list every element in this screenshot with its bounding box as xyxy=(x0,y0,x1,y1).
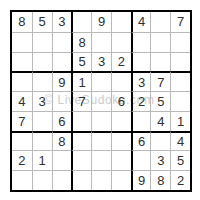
cell-r1c9[interactable]: 7 xyxy=(170,12,190,32)
cell-r5c7[interactable]: 2 xyxy=(131,91,151,111)
cell-r3c2[interactable] xyxy=(32,52,52,72)
cell-r7c1[interactable] xyxy=(12,131,32,151)
cell-r7c7[interactable]: 6 xyxy=(131,131,151,151)
cell-r3c7[interactable] xyxy=(131,52,151,72)
cell-r8c4[interactable] xyxy=(71,150,91,170)
cell-r9c6[interactable] xyxy=(111,170,131,190)
cell-r3c6[interactable]: 2 xyxy=(111,52,131,72)
cell-r3c1[interactable] xyxy=(12,52,32,72)
cell-r8c9[interactable]: 5 xyxy=(170,150,190,170)
cell-r8c1[interactable]: 2 xyxy=(12,150,32,170)
cell-r7c3[interactable]: 8 xyxy=(52,131,72,151)
cell-r1c4[interactable] xyxy=(71,12,91,32)
cell-r7c4[interactable] xyxy=(71,131,91,151)
cell-r1c1[interactable]: 8 xyxy=(12,12,32,32)
cell-r5c4[interactable]: 7 xyxy=(71,91,91,111)
cell-r9c2[interactable] xyxy=(32,170,52,190)
cell-r2c8[interactable] xyxy=(150,32,170,52)
cell-r6c5[interactable] xyxy=(91,111,111,131)
cell-r4c9[interactable] xyxy=(170,71,190,91)
cell-r4c3[interactable]: 9 xyxy=(52,71,72,91)
cell-r4c5[interactable] xyxy=(91,71,111,91)
cell-r8c2[interactable]: 1 xyxy=(32,150,52,170)
cell-r7c5[interactable] xyxy=(91,131,111,151)
cell-r2c7[interactable] xyxy=(131,32,151,52)
cell-r7c8[interactable] xyxy=(150,131,170,151)
cell-r2c4[interactable]: 8 xyxy=(71,32,91,52)
cell-r6c1[interactable]: 7 xyxy=(12,111,32,131)
cell-r1c8[interactable] xyxy=(150,12,170,32)
cell-r4c8[interactable]: 7 xyxy=(150,71,170,91)
cell-r9c1[interactable] xyxy=(12,170,32,190)
cell-r2c5[interactable] xyxy=(91,32,111,52)
cell-r5c2[interactable]: 3 xyxy=(32,91,52,111)
cell-r4c7[interactable]: 3 xyxy=(131,71,151,91)
cell-r5c6[interactable]: 6 xyxy=(111,91,131,111)
cell-r9c8[interactable]: 8 xyxy=(150,170,170,190)
cell-r8c8[interactable]: 3 xyxy=(150,150,170,170)
cell-r3c3[interactable] xyxy=(52,52,72,72)
cell-r6c4[interactable] xyxy=(71,111,91,131)
cell-r5c9[interactable] xyxy=(170,91,190,111)
cell-r3c8[interactable] xyxy=(150,52,170,72)
cell-r6c3[interactable]: 6 xyxy=(52,111,72,131)
cell-r4c2[interactable] xyxy=(32,71,52,91)
sudoku-page: © LiveSudoku.com 85394785329137437625764… xyxy=(0,0,200,200)
cell-r8c5[interactable] xyxy=(91,150,111,170)
cell-r5c5[interactable] xyxy=(91,91,111,111)
cell-r6c6[interactable] xyxy=(111,111,131,131)
cell-r9c4[interactable] xyxy=(71,170,91,190)
cell-r5c8[interactable]: 5 xyxy=(150,91,170,111)
cell-r1c5[interactable]: 9 xyxy=(91,12,111,32)
cell-r1c7[interactable]: 4 xyxy=(131,12,151,32)
cell-r6c7[interactable] xyxy=(131,111,151,131)
cell-r5c1[interactable]: 4 xyxy=(12,91,32,111)
cell-r5c3[interactable] xyxy=(52,91,72,111)
cell-r9c5[interactable] xyxy=(91,170,111,190)
cell-r9c3[interactable] xyxy=(52,170,72,190)
cell-r3c4[interactable]: 5 xyxy=(71,52,91,72)
cell-r3c9[interactable] xyxy=(170,52,190,72)
cell-r9c7[interactable]: 9 xyxy=(131,170,151,190)
cell-r7c2[interactable] xyxy=(32,131,52,151)
cell-r4c6[interactable] xyxy=(111,71,131,91)
cell-r9c9[interactable]: 2 xyxy=(170,170,190,190)
cell-r7c6[interactable] xyxy=(111,131,131,151)
cell-r7c9[interactable]: 4 xyxy=(170,131,190,151)
sudoku-board: 8539478532913743762576418642135982 xyxy=(10,10,192,192)
cell-r2c9[interactable] xyxy=(170,32,190,52)
cell-r3c5[interactable]: 3 xyxy=(91,52,111,72)
cell-r1c2[interactable]: 5 xyxy=(32,12,52,32)
cell-r2c3[interactable] xyxy=(52,32,72,52)
cell-r4c4[interactable]: 1 xyxy=(71,71,91,91)
cell-r6c2[interactable] xyxy=(32,111,52,131)
cell-r2c1[interactable] xyxy=(12,32,32,52)
cell-r2c2[interactable] xyxy=(32,32,52,52)
cell-r8c3[interactable] xyxy=(52,150,72,170)
cell-r8c6[interactable] xyxy=(111,150,131,170)
cell-r8c7[interactable] xyxy=(131,150,151,170)
cell-r1c6[interactable] xyxy=(111,12,131,32)
cell-r6c8[interactable]: 4 xyxy=(150,111,170,131)
cell-r2c6[interactable] xyxy=(111,32,131,52)
cell-r4c1[interactable] xyxy=(12,71,32,91)
cell-r1c3[interactable]: 3 xyxy=(52,12,72,32)
cell-r6c9[interactable]: 1 xyxy=(170,111,190,131)
